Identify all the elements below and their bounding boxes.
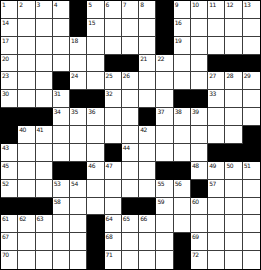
clue-number-11: 11 (209, 1, 216, 8)
cell-r2c1[interactable]: 14 (1, 19, 18, 37)
clue-number-39: 39 (192, 108, 199, 115)
cell-r4c2[interactable] (18, 55, 35, 73)
cell-r7c4[interactable]: 34 (53, 108, 70, 126)
clue-number-66: 66 (140, 215, 147, 222)
cell-r5c13[interactable]: 27 (208, 72, 225, 90)
cell-r13c13[interactable] (208, 215, 225, 233)
cell-r4c12[interactable] (191, 55, 208, 73)
cell-r8c15-black (243, 126, 260, 144)
cell-r6c4[interactable]: 31 (53, 90, 70, 108)
cell-r9c7-black (105, 144, 122, 162)
cell-r12c13[interactable] (208, 198, 225, 216)
cell-r8c1-black (1, 126, 18, 144)
cell-r5c3[interactable] (36, 72, 53, 90)
cell-r11c1[interactable]: 52 (1, 180, 18, 198)
cell-r15c1[interactable]: 70 (1, 251, 18, 269)
clue-number-64: 64 (106, 215, 113, 222)
cell-r2c13[interactable] (208, 19, 225, 37)
clue-number-69: 69 (192, 233, 199, 240)
cell-r3c9[interactable] (139, 37, 156, 55)
clue-number-35: 35 (71, 108, 78, 115)
cell-r12c15[interactable] (243, 198, 260, 216)
cell-r7c6[interactable]: 36 (87, 108, 104, 126)
cell-r1c3[interactable]: 3 (36, 1, 53, 19)
cell-r15c12[interactable]: 72 (191, 251, 208, 269)
clue-number-30: 30 (2, 90, 9, 97)
cell-r13c9[interactable]: 66 (139, 215, 156, 233)
cell-r15c3[interactable] (36, 251, 53, 269)
cell-r11c2[interactable] (18, 180, 35, 198)
clue-number-9: 9 (175, 1, 178, 8)
cell-r11c10[interactable]: 55 (156, 180, 173, 198)
cell-r1c12[interactable]: 10 (191, 1, 208, 19)
cell-r8c11[interactable] (174, 126, 191, 144)
cell-r15c9[interactable] (139, 251, 156, 269)
cell-r5c15[interactable]: 29 (243, 72, 260, 90)
crossword-board: 1234567891011121314151617181920212223242… (0, 0, 261, 270)
cell-r5c9[interactable] (139, 72, 156, 90)
cell-r9c11[interactable] (174, 144, 191, 162)
cell-r10c1[interactable]: 45 (1, 162, 18, 180)
cell-r7c13[interactable] (208, 108, 225, 126)
cell-r11c11[interactable]: 56 (174, 180, 191, 198)
cell-r6c13[interactable]: 33 (208, 90, 225, 108)
cell-r8c14[interactable] (225, 126, 242, 144)
clue-number-20: 20 (2, 55, 9, 62)
cell-r8c7[interactable] (105, 126, 122, 144)
cell-r1c10-black (156, 1, 173, 19)
cell-r14c14[interactable] (225, 233, 242, 251)
clue-number-56: 56 (175, 180, 182, 187)
clue-number-23: 23 (2, 72, 9, 79)
cell-r4c14-black (225, 55, 242, 73)
cell-r3c13[interactable] (208, 37, 225, 55)
cell-r1c13[interactable]: 11 (208, 1, 225, 19)
clue-number-67: 67 (2, 233, 9, 240)
cell-r10c7[interactable]: 47 (105, 162, 122, 180)
cell-r14c15[interactable] (243, 233, 260, 251)
cell-r10c10-black (156, 162, 173, 180)
cell-r12c1-black (1, 198, 18, 216)
cell-r14c8[interactable] (122, 233, 139, 251)
clue-number-16: 16 (175, 19, 182, 26)
clue-number-18: 18 (71, 37, 78, 44)
clue-number-6: 6 (106, 1, 109, 8)
cell-r4c5[interactable] (70, 55, 87, 73)
cell-r11c14[interactable] (225, 180, 242, 198)
cell-r10c6[interactable]: 46 (87, 162, 104, 180)
cell-r7c3-black (36, 108, 53, 126)
cell-r9c10[interactable] (156, 144, 173, 162)
cell-r14c12[interactable]: 69 (191, 233, 208, 251)
clue-number-31: 31 (54, 90, 61, 97)
cell-r13c15[interactable] (243, 215, 260, 233)
cell-r6c1[interactable]: 30 (1, 90, 18, 108)
cell-r9c8[interactable]: 44 (122, 144, 139, 162)
cell-r2c8[interactable] (122, 19, 139, 37)
cell-r8c4[interactable] (53, 126, 70, 144)
cell-r10c9[interactable] (139, 162, 156, 180)
cell-r8c6[interactable] (87, 126, 104, 144)
cell-r5c14[interactable]: 28 (225, 72, 242, 90)
cell-r14c1[interactable]: 67 (1, 233, 18, 251)
cell-r13c1[interactable]: 61 (1, 215, 18, 233)
cell-r11c4[interactable]: 53 (53, 180, 70, 198)
clue-number-24: 24 (71, 72, 78, 79)
cell-r14c4[interactable] (53, 233, 70, 251)
clue-number-46: 46 (88, 162, 95, 169)
cell-r2c10-black (156, 19, 173, 37)
cell-r15c6-black (87, 251, 104, 269)
cell-r4c8-black (122, 55, 139, 73)
cell-r12c8-black (122, 198, 139, 216)
cell-r12c11[interactable] (174, 198, 191, 216)
clue-number-71: 71 (106, 251, 113, 258)
cell-r13c12[interactable] (191, 215, 208, 233)
cell-r14c5[interactable] (70, 233, 87, 251)
cell-r7c7[interactable] (105, 108, 122, 126)
cell-r12c12[interactable]: 60 (191, 198, 208, 216)
clue-number-55: 55 (157, 180, 164, 187)
clue-number-3: 3 (37, 1, 40, 8)
cell-r4c11[interactable] (174, 55, 191, 73)
clue-number-12: 12 (226, 1, 233, 8)
cell-r3c8[interactable] (122, 37, 139, 55)
cell-r3c7[interactable] (105, 37, 122, 55)
cell-r1c11[interactable]: 9 (174, 1, 191, 19)
cell-r12c2-black (18, 198, 35, 216)
cell-r2c2[interactable] (18, 19, 35, 37)
clue-number-38: 38 (175, 108, 182, 115)
clue-number-48: 48 (192, 162, 199, 169)
cell-r4c7-black (105, 55, 122, 73)
cell-r7c11[interactable]: 38 (174, 108, 191, 126)
cell-r11c15[interactable] (243, 180, 260, 198)
cell-r9c1[interactable]: 43 (1, 144, 18, 162)
cell-r13c11[interactable] (174, 215, 191, 233)
cell-r10c11-black (174, 162, 191, 180)
cell-r15c2[interactable] (18, 251, 35, 269)
clue-number-57: 57 (209, 180, 216, 187)
cell-r1c4[interactable]: 4 (53, 1, 70, 19)
cell-r6c8[interactable] (122, 90, 139, 108)
cell-r11c3[interactable] (36, 180, 53, 198)
cell-r5c10[interactable] (156, 72, 173, 90)
cell-r2c5-black (70, 19, 87, 37)
cell-r8c12[interactable] (191, 126, 208, 144)
cell-r11c8[interactable] (122, 180, 139, 198)
crossword-grid: 1234567891011121314151617181920212223242… (0, 0, 261, 270)
clue-number-32: 32 (106, 90, 113, 97)
cell-r2c6[interactable]: 15 (87, 19, 104, 37)
cell-r8c2[interactable]: 40 (18, 126, 35, 144)
cell-r3c4[interactable] (53, 37, 70, 55)
cell-r10c13[interactable]: 49 (208, 162, 225, 180)
clue-number-22: 22 (157, 55, 164, 62)
cell-r3c15[interactable] (243, 37, 260, 55)
cell-r5c11[interactable] (174, 72, 191, 90)
cell-r7c10[interactable]: 37 (156, 108, 173, 126)
cell-r1c8[interactable]: 7 (122, 1, 139, 19)
cell-r8c13[interactable] (208, 126, 225, 144)
cell-r5c2[interactable] (18, 72, 35, 90)
cell-r6c12-black (191, 90, 208, 108)
cell-r10c2[interactable] (18, 162, 35, 180)
clue-number-2: 2 (19, 1, 22, 8)
clue-number-14: 14 (2, 19, 9, 26)
cell-r12c9-black (139, 198, 156, 216)
cell-r7c14[interactable] (225, 108, 242, 126)
cell-r13c10[interactable] (156, 215, 173, 233)
cell-r4c4[interactable] (53, 55, 70, 73)
cell-r4c6[interactable] (87, 55, 104, 73)
cell-r3c1[interactable]: 17 (1, 37, 18, 55)
cell-r6c15[interactable] (243, 90, 260, 108)
cell-r1c5-black (70, 1, 87, 19)
cell-r9c3[interactable] (36, 144, 53, 162)
clue-number-51: 51 (244, 162, 251, 169)
cell-r15c10[interactable] (156, 251, 173, 269)
clue-number-26: 26 (123, 72, 130, 79)
cell-r9c12[interactable] (191, 144, 208, 162)
clue-number-36: 36 (88, 108, 95, 115)
cell-r10c15[interactable]: 51 (243, 162, 260, 180)
cell-r8c8[interactable] (122, 126, 139, 144)
clue-number-63: 63 (37, 215, 44, 222)
cell-r2c4[interactable] (53, 19, 70, 37)
cell-r14c9[interactable] (139, 233, 156, 251)
cell-r15c4[interactable] (53, 251, 70, 269)
cell-r6c14[interactable] (225, 90, 242, 108)
cell-r12c4[interactable]: 58 (53, 198, 70, 216)
cell-r13c3[interactable]: 63 (36, 215, 53, 233)
clue-number-33: 33 (209, 90, 216, 97)
cell-r5c4-black (53, 72, 70, 90)
cell-r8c3[interactable]: 41 (36, 126, 53, 144)
cell-r1c9[interactable]: 8 (139, 1, 156, 19)
clue-number-7: 7 (123, 1, 126, 8)
cell-r11c7[interactable] (105, 180, 122, 198)
cell-r6c11-black (174, 90, 191, 108)
cell-r5c5[interactable]: 24 (70, 72, 87, 90)
cell-r4c13-black (208, 55, 225, 73)
cell-r1c6[interactable]: 5 (87, 1, 104, 19)
cell-r1c15[interactable]: 13 (243, 1, 260, 19)
clue-number-34: 34 (54, 108, 61, 115)
cell-r3c3[interactable] (36, 37, 53, 55)
cell-r5c6[interactable] (87, 72, 104, 90)
cell-r10c8[interactable] (122, 162, 139, 180)
clue-number-42: 42 (140, 126, 147, 133)
cell-r11c9[interactable] (139, 180, 156, 198)
clue-number-65: 65 (123, 215, 130, 222)
cell-r1c1[interactable]: 1 (1, 1, 18, 19)
cell-r7c15[interactable] (243, 108, 260, 126)
clue-number-43: 43 (2, 144, 9, 151)
cell-r3c6[interactable] (87, 37, 104, 55)
cell-r6c3[interactable] (36, 90, 53, 108)
cell-r2c12[interactable] (191, 19, 208, 37)
cell-r2c11[interactable]: 16 (174, 19, 191, 37)
cell-r4c10[interactable]: 22 (156, 55, 173, 73)
cell-r8c9[interactable]: 42 (139, 126, 156, 144)
cell-r13c4[interactable] (53, 215, 70, 233)
clue-number-44: 44 (123, 144, 130, 151)
cell-r8c5[interactable] (70, 126, 87, 144)
clue-number-40: 40 (19, 126, 26, 133)
cell-r13c6-black (87, 215, 104, 233)
cell-r14c6-black (87, 233, 104, 251)
clue-number-10: 10 (192, 1, 199, 8)
clue-number-1: 1 (2, 1, 5, 8)
cell-r14c13[interactable] (208, 233, 225, 251)
cell-r5c7[interactable]: 25 (105, 72, 122, 90)
clue-number-52: 52 (2, 180, 9, 187)
cell-r13c2[interactable]: 62 (18, 215, 35, 233)
clue-number-68: 68 (106, 233, 113, 240)
cell-r14c3[interactable] (36, 233, 53, 251)
clue-number-60: 60 (192, 198, 199, 205)
clue-number-45: 45 (2, 162, 9, 169)
cell-r2c15[interactable] (243, 19, 260, 37)
cell-r3c14[interactable] (225, 37, 242, 55)
cell-r5c1[interactable]: 23 (1, 72, 18, 90)
clue-number-70: 70 (2, 251, 9, 258)
clue-number-72: 72 (192, 251, 199, 258)
cell-r9c2[interactable] (18, 144, 35, 162)
cell-r15c15[interactable] (243, 251, 260, 269)
cell-r1c2[interactable]: 2 (18, 1, 35, 19)
cell-r11c5[interactable]: 54 (70, 180, 87, 198)
clue-number-5: 5 (88, 1, 91, 8)
cell-r15c7[interactable]: 71 (105, 251, 122, 269)
clue-number-54: 54 (71, 180, 78, 187)
cell-r14c10[interactable] (156, 233, 173, 251)
cell-r12c7[interactable] (105, 198, 122, 216)
cell-r9c13-black (208, 144, 225, 162)
clue-number-29: 29 (244, 72, 251, 79)
clue-number-28: 28 (226, 72, 233, 79)
cell-r13c8[interactable]: 65 (122, 215, 139, 233)
cell-r3c10-black (156, 37, 173, 55)
clue-number-27: 27 (209, 72, 216, 79)
cell-r12c6[interactable] (87, 198, 104, 216)
cell-r9c14-black (225, 144, 242, 162)
clue-number-37: 37 (157, 108, 164, 115)
clue-number-61: 61 (2, 215, 9, 222)
cell-r15c14[interactable] (225, 251, 242, 269)
cell-r6c2[interactable] (18, 90, 35, 108)
clue-number-4: 4 (54, 1, 57, 8)
cell-r12c5[interactable] (70, 198, 87, 216)
cell-r13c14[interactable] (225, 215, 242, 233)
cell-r13c7[interactable]: 64 (105, 215, 122, 233)
cell-r6c7[interactable]: 32 (105, 90, 122, 108)
clue-number-21: 21 (140, 55, 147, 62)
cell-r10c3[interactable] (36, 162, 53, 180)
clue-number-47: 47 (106, 162, 113, 169)
cell-r11c13[interactable]: 57 (208, 180, 225, 198)
cell-r7c1-black (1, 108, 18, 126)
cell-r7c5[interactable]: 35 (70, 108, 87, 126)
cell-r7c2-black (18, 108, 35, 126)
cell-r9c9[interactable] (139, 144, 156, 162)
cell-r3c2[interactable] (18, 37, 35, 55)
cell-r6c10[interactable] (156, 90, 173, 108)
clue-number-50: 50 (226, 162, 233, 169)
cell-r10c4-black (53, 162, 70, 180)
clue-number-19: 19 (175, 37, 182, 44)
cell-r8c10[interactable] (156, 126, 173, 144)
cell-r15c11-black (174, 251, 191, 269)
cell-r5c8[interactable]: 26 (122, 72, 139, 90)
cell-r3c12[interactable] (191, 37, 208, 55)
cell-r6c5-black (70, 90, 87, 108)
cell-r3c11[interactable]: 19 (174, 37, 191, 55)
cell-r4c9[interactable]: 21 (139, 55, 156, 73)
clue-number-13: 13 (244, 1, 251, 8)
cell-r9c6[interactable] (87, 144, 104, 162)
clue-number-58: 58 (54, 198, 61, 205)
cell-r4c15-black (243, 55, 260, 73)
cell-r4c1[interactable]: 20 (1, 55, 18, 73)
clue-number-15: 15 (88, 19, 95, 26)
cell-r14c11-black (174, 233, 191, 251)
cell-r10c12[interactable]: 48 (191, 162, 208, 180)
cell-r14c7[interactable]: 68 (105, 233, 122, 251)
cell-r6c9[interactable] (139, 90, 156, 108)
cell-r14c2[interactable] (18, 233, 35, 251)
cell-r10c5-black (70, 162, 87, 180)
cell-r7c12[interactable]: 39 (191, 108, 208, 126)
clue-number-25: 25 (106, 72, 113, 79)
cell-r11c6[interactable] (87, 180, 104, 198)
cell-r12c14[interactable] (225, 198, 242, 216)
cell-r9c5[interactable] (70, 144, 87, 162)
clue-number-49: 49 (209, 162, 216, 169)
cell-r2c14[interactable] (225, 19, 242, 37)
cell-r12c3-black (36, 198, 53, 216)
cell-r11c12-black (191, 180, 208, 198)
clue-number-59: 59 (157, 198, 164, 205)
cell-r10c14[interactable]: 50 (225, 162, 242, 180)
cell-r2c9[interactable] (139, 19, 156, 37)
cell-r1c14[interactable]: 12 (225, 1, 242, 19)
cell-r15c5[interactable] (70, 251, 87, 269)
cell-r7c9-black (139, 108, 156, 126)
clue-number-41: 41 (37, 126, 44, 133)
cell-r4c3[interactable] (36, 55, 53, 73)
cell-r6c6-black (87, 90, 104, 108)
clue-number-62: 62 (19, 215, 26, 222)
cell-r12c10[interactable]: 59 (156, 198, 173, 216)
cell-r5c12[interactable] (191, 72, 208, 90)
cell-r15c13[interactable] (208, 251, 225, 269)
clue-number-8: 8 (140, 1, 143, 8)
clue-number-17: 17 (2, 37, 9, 44)
cell-r9c15-black (243, 144, 260, 162)
cell-r9c4[interactable] (53, 144, 70, 162)
cell-r13c5[interactable] (70, 215, 87, 233)
cell-r7c8[interactable] (122, 108, 139, 126)
cell-r3c5[interactable]: 18 (70, 37, 87, 55)
cell-r2c3[interactable] (36, 19, 53, 37)
cell-r1c7[interactable]: 6 (105, 1, 122, 19)
cell-r15c8[interactable] (122, 251, 139, 269)
clue-number-53: 53 (54, 180, 61, 187)
cell-r2c7[interactable] (105, 19, 122, 37)
